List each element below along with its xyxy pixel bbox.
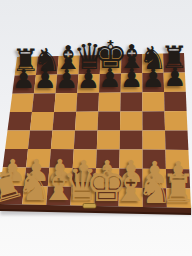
square-d6 xyxy=(76,93,99,112)
square-g4 xyxy=(143,131,166,150)
brass-clasp xyxy=(83,204,96,209)
square-b5 xyxy=(30,112,54,131)
square-g7 xyxy=(142,73,164,93)
square-g1 xyxy=(143,188,167,208)
square-b6 xyxy=(32,93,56,112)
square-b4 xyxy=(28,131,53,150)
square-a6 xyxy=(10,94,34,113)
square-e3 xyxy=(96,149,120,168)
square-f3 xyxy=(119,150,142,169)
square-h3 xyxy=(166,150,190,170)
square-c6 xyxy=(54,93,77,112)
square-c8 xyxy=(57,56,79,75)
square-e1 xyxy=(95,187,120,206)
square-h6 xyxy=(164,92,187,112)
clasp-latch xyxy=(83,204,96,209)
square-g3 xyxy=(143,150,166,169)
square-d5 xyxy=(75,112,98,131)
square-a4 xyxy=(5,131,30,150)
square-h4 xyxy=(165,131,188,150)
square-a2 xyxy=(0,167,26,186)
square-c2 xyxy=(48,168,73,187)
square-e6 xyxy=(98,93,120,112)
square-e7 xyxy=(99,74,121,93)
square-e2 xyxy=(95,168,119,187)
square-d8 xyxy=(79,55,101,74)
square-a3 xyxy=(3,149,28,168)
square-h1 xyxy=(166,188,191,208)
square-b1 xyxy=(22,186,48,205)
square-g6 xyxy=(142,92,164,111)
square-h7 xyxy=(164,72,186,92)
square-e4 xyxy=(97,131,120,150)
square-f6 xyxy=(120,92,142,111)
square-f7 xyxy=(121,73,143,92)
square-b7 xyxy=(34,75,57,94)
square-a1 xyxy=(0,186,24,205)
square-d4 xyxy=(74,131,98,150)
square-f4 xyxy=(120,131,143,150)
square-d3 xyxy=(73,149,97,168)
square-c1 xyxy=(46,186,71,205)
chess-set-photo: ♜♞♝♛♚♝♞♜♟♟♟♟♟♟♟♟♟♟♟♟♟♟♟♟♜♞♝♛♚♝♞♜ xyxy=(0,0,192,256)
square-f1 xyxy=(119,188,143,208)
chess-board xyxy=(0,0,192,256)
square-e5 xyxy=(98,112,121,131)
square-d7 xyxy=(77,74,100,93)
square-g8 xyxy=(142,54,163,74)
square-b8 xyxy=(36,56,59,75)
square-g5 xyxy=(142,111,165,130)
square-c3 xyxy=(49,149,73,168)
square-a5 xyxy=(8,112,33,131)
square-e8 xyxy=(100,55,122,74)
square-a8 xyxy=(15,57,38,76)
square-c4 xyxy=(51,131,75,150)
square-b2 xyxy=(24,168,49,187)
square-h8 xyxy=(163,53,185,73)
square-h5 xyxy=(165,111,188,130)
square-f2 xyxy=(119,169,143,188)
square-c5 xyxy=(53,112,77,131)
square-c7 xyxy=(56,74,79,93)
square-b3 xyxy=(26,149,51,168)
board-squares xyxy=(0,53,191,208)
square-d2 xyxy=(72,168,97,187)
square-f8 xyxy=(121,54,142,74)
square-f5 xyxy=(120,111,143,130)
square-a7 xyxy=(12,75,36,94)
square-h2 xyxy=(166,169,190,189)
square-g2 xyxy=(143,169,167,189)
